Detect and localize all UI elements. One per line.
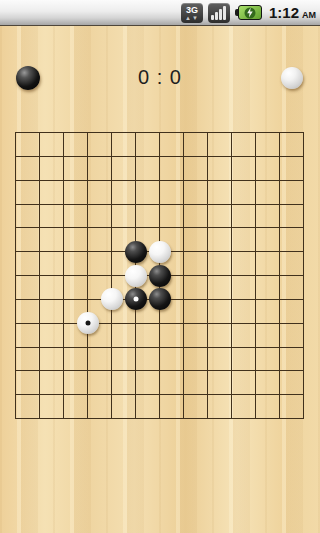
game-board[interactable] xyxy=(15,132,304,419)
last-move-marker xyxy=(86,321,91,326)
status-clock: 1:12 AM xyxy=(269,4,316,21)
signal-strength-icon xyxy=(208,3,230,23)
gomoku-app-screen: { "game": "gomoku (five-in-a-row) on a 1… xyxy=(0,0,320,533)
status-bar: 3G ▲▼ 1:12 AM xyxy=(0,0,320,26)
grid-line-horizontal xyxy=(15,347,304,348)
stone-white xyxy=(125,265,147,287)
last-move-marker xyxy=(134,297,139,302)
stone-black xyxy=(125,241,147,263)
score-display: 0 : 0 xyxy=(0,66,320,89)
grid-line-vertical xyxy=(207,132,208,419)
signal-bar xyxy=(211,15,214,20)
grid-line-horizontal xyxy=(15,370,304,371)
grid-line-vertical xyxy=(255,132,256,419)
stone-black xyxy=(149,288,171,310)
grid-line-vertical xyxy=(183,132,184,419)
signal-bar xyxy=(215,12,218,20)
stone-white-last-move xyxy=(77,312,99,334)
stone-white xyxy=(101,288,123,310)
network-3g-label: 3G xyxy=(186,5,198,15)
charging-bolt-icon xyxy=(246,8,253,18)
data-traffic-arrows-icon: ▲▼ xyxy=(185,15,199,21)
white-player-stone xyxy=(281,67,303,89)
network-3g-icon: 3G ▲▼ xyxy=(181,3,203,23)
grid-line-vertical xyxy=(303,132,304,419)
stone-black-last-move xyxy=(125,288,147,310)
signal-bar xyxy=(223,6,226,20)
clock-period: AM xyxy=(302,10,316,20)
signal-bar xyxy=(219,9,222,20)
battery-body xyxy=(238,5,262,20)
grid-line-vertical xyxy=(231,132,232,419)
grid-line-horizontal xyxy=(15,418,304,419)
stone-white xyxy=(149,241,171,263)
battery-charging-icon xyxy=(235,5,262,20)
grid-line-horizontal xyxy=(15,394,304,395)
stone-black xyxy=(149,265,171,287)
clock-time: 1:12 xyxy=(269,4,299,21)
grid-line-vertical xyxy=(279,132,280,419)
grid-line-horizontal xyxy=(15,323,304,324)
